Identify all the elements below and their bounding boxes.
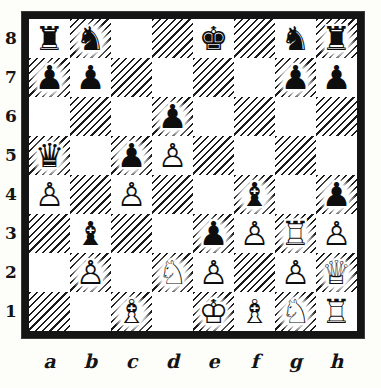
square-b5[interactable] — [70, 136, 111, 175]
square-b3[interactable]: ♝ — [70, 214, 111, 253]
piece-white-pawn[interactable]: ♙ — [29, 175, 70, 214]
piece-white-pawn[interactable]: ♙ — [111, 175, 152, 214]
piece-white-bishop[interactable]: ♗ — [111, 292, 152, 331]
piece-white-king[interactable]: ♔ — [193, 292, 234, 331]
square-d2[interactable]: ♘ — [152, 253, 193, 292]
rank-label-6: 6 — [2, 97, 20, 136]
piece-white-pawn[interactable]: ♙ — [70, 253, 111, 292]
chess-board: ♜♞♚♞♜♟♟♟♟♟♛♟♙♙♙♝♟♝♟♙♖♙♙♘♙♙♕♗♔♗♘♖ — [29, 19, 357, 331]
square-b6[interactable] — [70, 97, 111, 136]
piece-black-pawn[interactable]: ♟ — [29, 58, 70, 97]
square-b1[interactable] — [70, 292, 111, 331]
square-a7[interactable]: ♟ — [29, 58, 70, 97]
square-g1[interactable]: ♘ — [275, 292, 316, 331]
square-b7[interactable]: ♟ — [70, 58, 111, 97]
file-label-h: h — [316, 346, 357, 376]
piece-black-pawn[interactable]: ♟ — [70, 58, 111, 97]
square-a8[interactable]: ♜ — [29, 19, 70, 58]
square-c4[interactable]: ♙ — [111, 175, 152, 214]
square-h5[interactable] — [316, 136, 357, 175]
rank-label-2: 2 — [2, 253, 20, 292]
file-label-b: b — [70, 346, 111, 376]
square-g2[interactable]: ♙ — [275, 253, 316, 292]
square-g6[interactable] — [275, 97, 316, 136]
square-a2[interactable] — [29, 253, 70, 292]
square-f4[interactable]: ♝ — [234, 175, 275, 214]
square-f7[interactable] — [234, 58, 275, 97]
square-g4[interactable] — [275, 175, 316, 214]
square-h7[interactable]: ♟ — [316, 58, 357, 97]
file-label-f: f — [234, 346, 275, 376]
square-f1[interactable]: ♗ — [234, 292, 275, 331]
square-a1[interactable] — [29, 292, 70, 331]
piece-white-knight[interactable]: ♘ — [152, 253, 193, 292]
square-f8[interactable] — [234, 19, 275, 58]
piece-white-pawn[interactable]: ♙ — [193, 253, 234, 292]
piece-black-king[interactable]: ♚ — [193, 19, 234, 58]
square-d5[interactable]: ♙ — [152, 136, 193, 175]
square-e5[interactable] — [193, 136, 234, 175]
square-h4[interactable]: ♟ — [316, 175, 357, 214]
piece-black-queen[interactable]: ♛ — [29, 136, 70, 175]
piece-white-bishop[interactable]: ♗ — [234, 292, 275, 331]
square-e4[interactable] — [193, 175, 234, 214]
square-f2[interactable] — [234, 253, 275, 292]
rank-label-1: 1 — [2, 292, 20, 331]
file-label-d: d — [152, 346, 193, 376]
piece-black-rook[interactable]: ♜ — [316, 19, 357, 58]
square-h6[interactable] — [316, 97, 357, 136]
rank-label-3: 3 — [2, 214, 20, 253]
square-c2[interactable] — [111, 253, 152, 292]
square-d4[interactable] — [152, 175, 193, 214]
board-frame: ♜♞♚♞♜♟♟♟♟♟♛♟♙♙♙♝♟♝♟♙♖♙♙♘♙♙♕♗♔♗♘♖ — [22, 12, 364, 338]
piece-white-pawn[interactable]: ♙ — [234, 214, 275, 253]
piece-black-bishop[interactable]: ♝ — [234, 175, 275, 214]
square-c7[interactable] — [111, 58, 152, 97]
square-f6[interactable] — [234, 97, 275, 136]
square-g7[interactable]: ♟ — [275, 58, 316, 97]
piece-white-knight[interactable]: ♘ — [275, 292, 316, 331]
square-d8[interactable] — [152, 19, 193, 58]
square-g3[interactable]: ♖ — [275, 214, 316, 253]
square-c1[interactable]: ♗ — [111, 292, 152, 331]
rank-label-5: 5 — [2, 136, 20, 175]
square-c3[interactable] — [111, 214, 152, 253]
square-e2[interactable]: ♙ — [193, 253, 234, 292]
piece-black-rook[interactable]: ♜ — [29, 19, 70, 58]
piece-black-pawn[interactable]: ♟ — [111, 136, 152, 175]
square-g5[interactable] — [275, 136, 316, 175]
piece-black-pawn[interactable]: ♟ — [152, 97, 193, 136]
rank-label-8: 8 — [2, 19, 20, 58]
square-d6[interactable]: ♟ — [152, 97, 193, 136]
file-label-c: c — [111, 346, 152, 376]
rank-label-7: 7 — [2, 58, 20, 97]
piece-black-knight[interactable]: ♞ — [70, 19, 111, 58]
piece-black-pawn[interactable]: ♟ — [193, 214, 234, 253]
square-e1[interactable]: ♔ — [193, 292, 234, 331]
square-f5[interactable] — [234, 136, 275, 175]
piece-black-knight[interactable]: ♞ — [275, 19, 316, 58]
square-h3[interactable]: ♙ — [316, 214, 357, 253]
square-e8[interactable]: ♚ — [193, 19, 234, 58]
square-d1[interactable] — [152, 292, 193, 331]
piece-white-rook[interactable]: ♖ — [275, 214, 316, 253]
square-h1[interactable]: ♖ — [316, 292, 357, 331]
square-c6[interactable] — [111, 97, 152, 136]
piece-white-queen[interactable]: ♕ — [316, 253, 357, 292]
piece-white-rook[interactable]: ♖ — [316, 292, 357, 331]
square-e7[interactable] — [193, 58, 234, 97]
piece-black-pawn[interactable]: ♟ — [275, 58, 316, 97]
square-b8[interactable]: ♞ — [70, 19, 111, 58]
square-c8[interactable] — [111, 19, 152, 58]
piece-black-pawn[interactable]: ♟ — [316, 175, 357, 214]
piece-white-pawn[interactable]: ♙ — [152, 136, 193, 175]
square-f3[interactable]: ♙ — [234, 214, 275, 253]
piece-black-pawn[interactable]: ♟ — [316, 58, 357, 97]
square-h8[interactable]: ♜ — [316, 19, 357, 58]
rank-label-4: 4 — [2, 175, 20, 214]
chess-diagram: 87654321 ♜♞♚♞♜♟♟♟♟♟♛♟♙♙♙♝♟♝♟♙♖♙♙♘♙♙♕♗♔♗♘… — [0, 0, 381, 388]
file-label-a: a — [29, 346, 70, 376]
square-c5[interactable]: ♟ — [111, 136, 152, 175]
piece-black-bishop[interactable]: ♝ — [70, 214, 111, 253]
square-e6[interactable] — [193, 97, 234, 136]
square-g8[interactable]: ♞ — [275, 19, 316, 58]
piece-white-pawn[interactable]: ♙ — [316, 214, 357, 253]
square-h2[interactable]: ♕ — [316, 253, 357, 292]
file-label-g: g — [275, 346, 316, 376]
piece-white-pawn[interactable]: ♙ — [275, 253, 316, 292]
square-e3[interactable]: ♟ — [193, 214, 234, 253]
file-label-e: e — [193, 346, 234, 376]
square-d7[interactable] — [152, 58, 193, 97]
square-a5[interactable]: ♛ — [29, 136, 70, 175]
square-a6[interactable] — [29, 97, 70, 136]
square-d3[interactable] — [152, 214, 193, 253]
square-b2[interactable]: ♙ — [70, 253, 111, 292]
square-a3[interactable] — [29, 214, 70, 253]
square-a4[interactable]: ♙ — [29, 175, 70, 214]
square-b4[interactable] — [70, 175, 111, 214]
